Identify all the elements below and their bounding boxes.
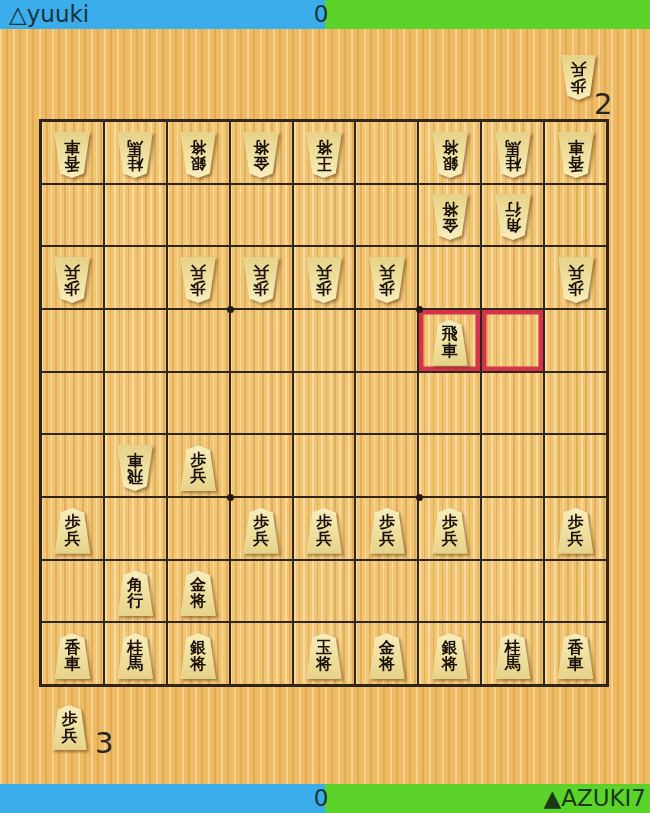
square-3a[interactable]: 銀将 <box>419 122 480 183</box>
piece-銀将: 銀将 <box>431 132 469 178</box>
square-9h[interactable] <box>42 561 103 622</box>
square-3c[interactable] <box>419 247 480 308</box>
hoshi-dot <box>416 494 423 501</box>
piece-金将: 金将 <box>431 194 469 240</box>
square-7c[interactable]: 歩兵 <box>168 247 229 308</box>
gote-hand-pawn-count: 2 <box>594 89 612 119</box>
square-8f[interactable]: 飛車 <box>105 435 166 496</box>
piece-歩兵: 歩兵 <box>557 257 595 303</box>
sente-player-name: ▲AZUKI7 <box>543 784 646 813</box>
square-7i[interactable]: 銀将 <box>168 623 229 684</box>
square-2i[interactable]: 桂馬 <box>482 623 543 684</box>
square-3i[interactable]: 銀将 <box>419 623 480 684</box>
square-6g[interactable]: 歩兵 <box>231 498 292 559</box>
square-4g[interactable]: 歩兵 <box>356 498 417 559</box>
square-2a[interactable]: 桂馬 <box>482 122 543 183</box>
square-9d[interactable] <box>42 310 103 371</box>
square-3b[interactable]: 金将 <box>419 185 480 246</box>
square-5f[interactable] <box>294 435 355 496</box>
square-1e[interactable] <box>545 373 606 434</box>
hoshi-dot <box>227 306 234 313</box>
square-5a[interactable]: 王将 <box>294 122 355 183</box>
piece-歩兵: 歩兵 <box>179 445 217 491</box>
piece-歩兵: 歩兵 <box>305 257 343 303</box>
piece-香車: 香車 <box>557 132 595 178</box>
piece-歩兵: 歩兵 <box>560 55 597 100</box>
square-2b[interactable]: 角行 <box>482 185 543 246</box>
square-5h[interactable] <box>294 561 355 622</box>
square-2h[interactable] <box>482 561 543 622</box>
square-3f[interactable] <box>419 435 480 496</box>
square-2e[interactable] <box>482 373 543 434</box>
square-4e[interactable] <box>356 373 417 434</box>
square-6b[interactable] <box>231 185 292 246</box>
piece-歩兵: 歩兵 <box>431 508 469 554</box>
square-7a[interactable]: 銀将 <box>168 122 229 183</box>
piece-飛車: 飛車 <box>116 445 154 491</box>
square-5i[interactable]: 玉将 <box>294 623 355 684</box>
piece-桂馬: 桂馬 <box>494 633 532 679</box>
square-8e[interactable] <box>105 373 166 434</box>
square-9a[interactable]: 香車 <box>42 122 103 183</box>
square-7b[interactable] <box>168 185 229 246</box>
square-8h[interactable]: 角行 <box>105 561 166 622</box>
piece-桂馬: 桂馬 <box>116 132 154 178</box>
piece-歩兵: 歩兵 <box>53 508 91 554</box>
piece-歩兵: 歩兵 <box>242 257 280 303</box>
square-7h[interactable]: 金将 <box>168 561 229 622</box>
piece-歩兵: 歩兵 <box>368 508 406 554</box>
square-5b[interactable] <box>294 185 355 246</box>
square-4h[interactable] <box>356 561 417 622</box>
piece-香車: 香車 <box>53 633 91 679</box>
piece-角行: 角行 <box>494 194 532 240</box>
square-4i[interactable]: 金将 <box>356 623 417 684</box>
square-7e[interactable] <box>168 373 229 434</box>
board: 香車桂馬銀将金将王将銀将桂馬香車金将角行歩兵歩兵歩兵歩兵歩兵歩兵飛車飛車歩兵歩兵… <box>39 119 609 687</box>
sente-player-bar: 0 ▲AZUKI7 <box>0 784 650 813</box>
square-1a[interactable]: 香車 <box>545 122 606 183</box>
square-9c[interactable]: 歩兵 <box>42 247 103 308</box>
piece-歩兵: 歩兵 <box>51 705 88 750</box>
square-6e[interactable] <box>231 373 292 434</box>
square-6a[interactable]: 金将 <box>231 122 292 183</box>
square-6i[interactable] <box>231 623 292 684</box>
square-2g[interactable] <box>482 498 543 559</box>
piece-歩兵: 歩兵 <box>305 508 343 554</box>
square-5g[interactable]: 歩兵 <box>294 498 355 559</box>
square-1h[interactable] <box>545 561 606 622</box>
square-9i[interactable]: 香車 <box>42 623 103 684</box>
square-7g[interactable] <box>168 498 229 559</box>
square-5e[interactable] <box>294 373 355 434</box>
piece-歩兵: 歩兵 <box>557 508 595 554</box>
square-7f[interactable]: 歩兵 <box>168 435 229 496</box>
square-6d[interactable] <box>231 310 292 371</box>
piece-金将: 金将 <box>242 132 280 178</box>
square-9b[interactable] <box>42 185 103 246</box>
hoshi-dot <box>227 494 234 501</box>
piece-銀将: 銀将 <box>179 132 217 178</box>
gote-clock: 0 <box>314 0 329 29</box>
piece-歩兵: 歩兵 <box>179 257 217 303</box>
gote-player-name: △yuuki <box>9 0 89 29</box>
square-7d[interactable] <box>168 310 229 371</box>
piece-金将: 金将 <box>368 633 406 679</box>
square-8a[interactable]: 桂馬 <box>105 122 166 183</box>
gote-bar-green-panel <box>325 0 650 29</box>
piece-角行: 角行 <box>116 570 154 616</box>
square-6f[interactable] <box>231 435 292 496</box>
piece-香車: 香車 <box>53 132 91 178</box>
square-4a[interactable] <box>356 122 417 183</box>
piece-香車: 香車 <box>557 633 595 679</box>
piece-金将: 金将 <box>179 570 217 616</box>
square-8c[interactable] <box>105 247 166 308</box>
square-9g[interactable]: 歩兵 <box>42 498 103 559</box>
square-1b[interactable] <box>545 185 606 246</box>
piece-桂馬: 桂馬 <box>116 633 154 679</box>
sente-clock: 0 <box>314 784 329 813</box>
piece-銀将: 銀将 <box>179 633 217 679</box>
square-4d[interactable] <box>356 310 417 371</box>
square-6c[interactable]: 歩兵 <box>231 247 292 308</box>
square-5c[interactable]: 歩兵 <box>294 247 355 308</box>
piece-王将: 王将 <box>305 132 343 178</box>
square-9f[interactable] <box>42 435 103 496</box>
sente-hand-pawn-count: 3 <box>95 728 113 758</box>
square-8d[interactable] <box>105 310 166 371</box>
square-4f[interactable] <box>356 435 417 496</box>
piece-銀将: 銀将 <box>431 633 469 679</box>
square-1g[interactable]: 歩兵 <box>545 498 606 559</box>
square-4b[interactable] <box>356 185 417 246</box>
square-3h[interactable] <box>419 561 480 622</box>
square-1c[interactable]: 歩兵 <box>545 247 606 308</box>
square-3d[interactable]: 飛車 <box>419 310 480 371</box>
piece-桂馬: 桂馬 <box>494 132 532 178</box>
sente-hand-pawn[interactable]: 歩兵 <box>51 705 88 750</box>
square-8g[interactable] <box>105 498 166 559</box>
square-5d[interactable] <box>294 310 355 371</box>
square-2f[interactable] <box>482 435 543 496</box>
piece-歩兵: 歩兵 <box>242 508 280 554</box>
piece-歩兵: 歩兵 <box>368 257 406 303</box>
square-1f[interactable] <box>545 435 606 496</box>
piece-歩兵: 歩兵 <box>53 257 91 303</box>
square-8i[interactable]: 桂馬 <box>105 623 166 684</box>
square-2d[interactable] <box>482 310 543 371</box>
square-4c[interactable]: 歩兵 <box>356 247 417 308</box>
gote-player-bar: △yuuki 0 <box>0 0 650 29</box>
square-3e[interactable] <box>419 373 480 434</box>
piece-飛車: 飛車 <box>431 320 469 366</box>
square-9e[interactable] <box>42 373 103 434</box>
square-8b[interactable] <box>105 185 166 246</box>
square-1i[interactable]: 香車 <box>545 623 606 684</box>
square-1d[interactable] <box>545 310 606 371</box>
sente-bar-blue-panel <box>0 784 325 813</box>
square-6h[interactable] <box>231 561 292 622</box>
square-2c[interactable] <box>482 247 543 308</box>
hoshi-dot <box>416 306 423 313</box>
piece-玉将: 玉将 <box>305 633 343 679</box>
gote-hand-pawn[interactable]: 歩兵 <box>560 55 597 100</box>
square-3g[interactable]: 歩兵 <box>419 498 480 559</box>
